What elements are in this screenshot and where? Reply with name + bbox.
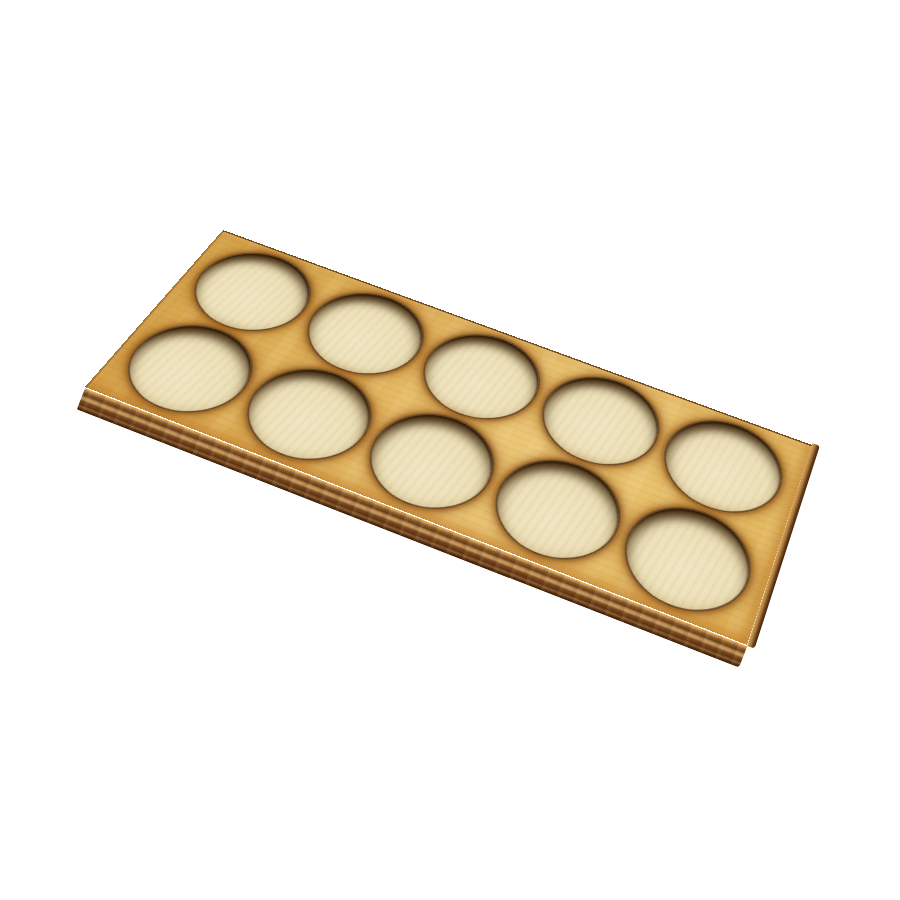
white-backdrop xyxy=(0,0,900,900)
